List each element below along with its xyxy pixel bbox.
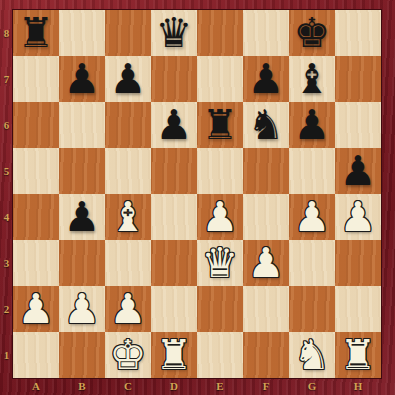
square-f1[interactable] bbox=[243, 332, 289, 378]
square-g2[interactable] bbox=[289, 286, 335, 332]
piece-white-queen[interactable]: ♛ bbox=[202, 240, 239, 286]
square-b2[interactable]: ♟ bbox=[59, 286, 105, 332]
square-b3[interactable] bbox=[59, 240, 105, 286]
chess-board: ♜♛♚♟♟♟♝♟♜♞♟♟♟♝♟♟♟♛♟♟♟♟♚♜♞♜ bbox=[13, 10, 381, 378]
square-b7[interactable]: ♟ bbox=[59, 56, 105, 102]
square-d1[interactable]: ♜ bbox=[151, 332, 197, 378]
piece-black-pawn[interactable]: ♟ bbox=[340, 148, 377, 194]
rank-label-2: 2 bbox=[0, 286, 13, 332]
file-label-g: G bbox=[289, 378, 335, 395]
square-h1[interactable]: ♜ bbox=[335, 332, 381, 378]
piece-white-pawn[interactable]: ♟ bbox=[110, 286, 147, 332]
square-h8[interactable] bbox=[335, 10, 381, 56]
piece-black-rook[interactable]: ♜ bbox=[18, 10, 55, 56]
piece-black-king[interactable]: ♚ bbox=[294, 10, 331, 56]
square-f6[interactable]: ♞ bbox=[243, 102, 289, 148]
chess-board-frame: ♜♛♚♟♟♟♝♟♜♞♟♟♟♝♟♟♟♛♟♟♟♟♚♜♞♜ 87654321 ABCD… bbox=[0, 0, 395, 395]
square-g3[interactable] bbox=[289, 240, 335, 286]
piece-black-pawn[interactable]: ♟ bbox=[64, 56, 101, 102]
rank-label-7: 7 bbox=[0, 56, 13, 102]
piece-white-pawn[interactable]: ♟ bbox=[64, 286, 101, 332]
square-e8[interactable] bbox=[197, 10, 243, 56]
square-f5[interactable] bbox=[243, 148, 289, 194]
square-f4[interactable] bbox=[243, 194, 289, 240]
square-d8[interactable]: ♛ bbox=[151, 10, 197, 56]
square-h3[interactable] bbox=[335, 240, 381, 286]
square-g8[interactable]: ♚ bbox=[289, 10, 335, 56]
square-a2[interactable]: ♟ bbox=[13, 286, 59, 332]
piece-white-bishop[interactable]: ♝ bbox=[110, 194, 147, 240]
square-c2[interactable]: ♟ bbox=[105, 286, 151, 332]
square-b5[interactable] bbox=[59, 148, 105, 194]
square-c1[interactable]: ♚ bbox=[105, 332, 151, 378]
piece-black-pawn[interactable]: ♟ bbox=[294, 102, 331, 148]
square-a4[interactable] bbox=[13, 194, 59, 240]
piece-black-pawn[interactable]: ♟ bbox=[64, 194, 101, 240]
piece-black-pawn[interactable]: ♟ bbox=[156, 102, 193, 148]
piece-white-pawn[interactable]: ♟ bbox=[202, 194, 239, 240]
square-h7[interactable] bbox=[335, 56, 381, 102]
square-b6[interactable] bbox=[59, 102, 105, 148]
piece-white-pawn[interactable]: ♟ bbox=[294, 194, 331, 240]
square-h2[interactable] bbox=[335, 286, 381, 332]
square-g7[interactable]: ♝ bbox=[289, 56, 335, 102]
rank-label-4: 4 bbox=[0, 194, 13, 240]
square-g6[interactable]: ♟ bbox=[289, 102, 335, 148]
square-e5[interactable] bbox=[197, 148, 243, 194]
square-e6[interactable]: ♜ bbox=[197, 102, 243, 148]
square-c8[interactable] bbox=[105, 10, 151, 56]
square-c5[interactable] bbox=[105, 148, 151, 194]
file-label-f: F bbox=[243, 378, 289, 395]
piece-white-pawn[interactable]: ♟ bbox=[340, 194, 377, 240]
square-a6[interactable] bbox=[13, 102, 59, 148]
square-a5[interactable] bbox=[13, 148, 59, 194]
piece-white-pawn[interactable]: ♟ bbox=[248, 240, 285, 286]
piece-white-pawn[interactable]: ♟ bbox=[18, 286, 55, 332]
square-a8[interactable]: ♜ bbox=[13, 10, 59, 56]
piece-black-pawn[interactable]: ♟ bbox=[110, 56, 147, 102]
square-e7[interactable] bbox=[197, 56, 243, 102]
square-d6[interactable]: ♟ bbox=[151, 102, 197, 148]
square-d3[interactable] bbox=[151, 240, 197, 286]
square-a1[interactable] bbox=[13, 332, 59, 378]
square-c4[interactable]: ♝ bbox=[105, 194, 151, 240]
piece-black-knight[interactable]: ♞ bbox=[248, 102, 285, 148]
square-f8[interactable] bbox=[243, 10, 289, 56]
square-b8[interactable] bbox=[59, 10, 105, 56]
file-label-c: C bbox=[105, 378, 151, 395]
square-g1[interactable]: ♞ bbox=[289, 332, 335, 378]
piece-black-rook[interactable]: ♜ bbox=[202, 102, 239, 148]
square-e1[interactable] bbox=[197, 332, 243, 378]
file-label-e: E bbox=[197, 378, 243, 395]
piece-black-bishop[interactable]: ♝ bbox=[294, 56, 331, 102]
rank-label-5: 5 bbox=[0, 148, 13, 194]
square-b1[interactable] bbox=[59, 332, 105, 378]
file-label-b: B bbox=[59, 378, 105, 395]
square-e2[interactable] bbox=[197, 286, 243, 332]
file-label-d: D bbox=[151, 378, 197, 395]
square-d5[interactable] bbox=[151, 148, 197, 194]
square-e4[interactable]: ♟ bbox=[197, 194, 243, 240]
square-h4[interactable]: ♟ bbox=[335, 194, 381, 240]
square-g4[interactable]: ♟ bbox=[289, 194, 335, 240]
square-c3[interactable] bbox=[105, 240, 151, 286]
square-d7[interactable] bbox=[151, 56, 197, 102]
file-label-h: H bbox=[335, 378, 381, 395]
rank-label-1: 1 bbox=[0, 332, 13, 378]
piece-white-king[interactable]: ♚ bbox=[110, 332, 147, 378]
rank-label-6: 6 bbox=[0, 102, 13, 148]
square-g5[interactable] bbox=[289, 148, 335, 194]
square-f3[interactable]: ♟ bbox=[243, 240, 289, 286]
square-d2[interactable] bbox=[151, 286, 197, 332]
square-f2[interactable] bbox=[243, 286, 289, 332]
square-h5[interactable]: ♟ bbox=[335, 148, 381, 194]
piece-white-rook[interactable]: ♜ bbox=[156, 332, 193, 378]
square-a7[interactable] bbox=[13, 56, 59, 102]
square-e3[interactable]: ♛ bbox=[197, 240, 243, 286]
square-a3[interactable] bbox=[13, 240, 59, 286]
rank-label-8: 8 bbox=[0, 10, 13, 56]
piece-white-knight[interactable]: ♞ bbox=[294, 332, 331, 378]
square-c6[interactable] bbox=[105, 102, 151, 148]
piece-white-rook[interactable]: ♜ bbox=[340, 332, 377, 378]
rank-label-3: 3 bbox=[0, 240, 13, 286]
file-label-a: A bbox=[13, 378, 59, 395]
piece-black-pawn[interactable]: ♟ bbox=[248, 56, 285, 102]
square-b4[interactable]: ♟ bbox=[59, 194, 105, 240]
square-c7[interactable]: ♟ bbox=[105, 56, 151, 102]
square-h6[interactable] bbox=[335, 102, 381, 148]
square-d4[interactable] bbox=[151, 194, 197, 240]
square-f7[interactable]: ♟ bbox=[243, 56, 289, 102]
piece-black-queen[interactable]: ♛ bbox=[156, 10, 193, 56]
